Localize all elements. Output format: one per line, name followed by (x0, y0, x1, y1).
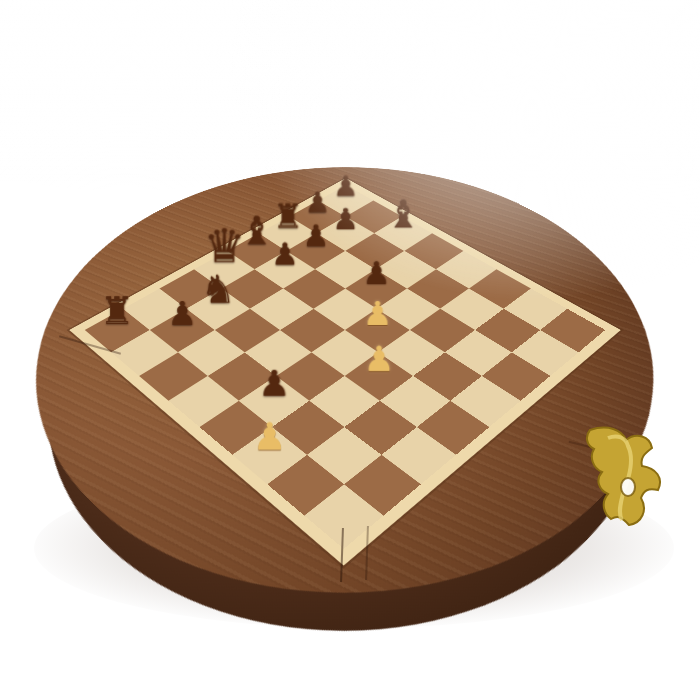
piece-dark-pawn[interactable]: ♟ (239, 365, 308, 401)
square-f2[interactable] (445, 330, 512, 376)
square-g1[interactable] (512, 330, 579, 376)
piece-light-pawn[interactable]: ♟ (233, 417, 306, 455)
product-photo-round-chess-set: ♜♛♝♜♟♟♟♞♟♟♟♝♟♟♟♟♟ (0, 0, 700, 700)
piece-light-pawn[interactable]: ♟ (345, 341, 412, 376)
piece-dark-rook[interactable]: ♜ (85, 292, 149, 330)
board-border-strip: ♜♛♝♜♟♟♟♞♟♟♟♝♟♟♟♟♟ (69, 178, 621, 566)
square-g3[interactable] (440, 289, 503, 330)
piece-dark-bishop[interactable]: ♝ (375, 195, 432, 233)
square-h3[interactable] (469, 269, 531, 308)
board-grid: ♜♛♝♜♟♟♟♞♟♟♟♝♟♟♟♟♟ (85, 185, 605, 549)
board-scene: ♜♛♝♜♟♟♟♞♟♟♟♝♟♟♟♟♟ (0, 117, 700, 700)
brass-clasp-icon (578, 424, 673, 534)
piece-dark-pawn[interactable]: ♟ (255, 239, 315, 270)
piece-dark-queen[interactable]: ♛ (195, 223, 255, 269)
board-disc-top: ♜♛♝♜♟♟♟♞♟♟♟♝♟♟♟♟♟ (0, 117, 700, 700)
piece-dark-pawn[interactable]: ♟ (150, 297, 214, 330)
piece-light-pawn[interactable]: ♟ (346, 297, 410, 330)
piece-dark-pawn[interactable]: ♟ (346, 257, 407, 288)
